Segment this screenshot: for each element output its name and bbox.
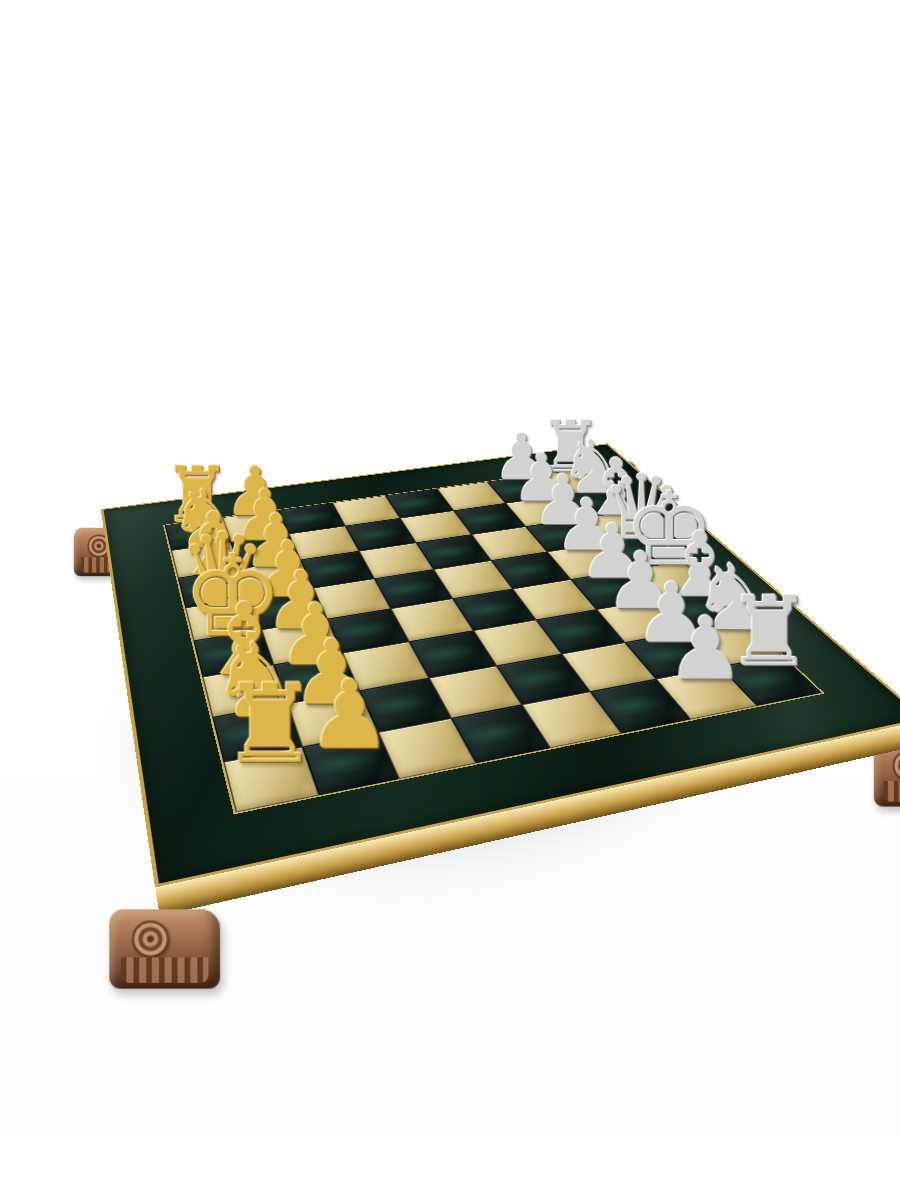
chess-board: ♜♟♟♜♞♟♟♞♝♟♟♝♛♟♟♛♚♟♟♚♝♟♟♝♞♟♟♞♜♟♟♜ [101, 443, 900, 887]
product-photo-scene: ♜♟♟♜♞♟♟♞♝♟♟♝♛♟♟♛♚♟♟♚♝♟♟♝♞♟♟♞♜♟♟♜ [0, 0, 900, 1200]
ionic-scroll-icon [132, 921, 169, 958]
square-h1[interactable]: ♜ [224, 747, 320, 812]
ionic-scroll-icon [893, 750, 900, 781]
piece-white-rook[interactable]: ♜ [200, 669, 340, 778]
piece-black-pawn[interactable]: ♟ [643, 605, 769, 692]
